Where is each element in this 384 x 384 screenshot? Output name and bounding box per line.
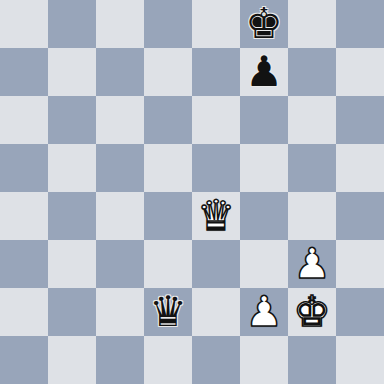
square-f6[interactable] — [240, 96, 288, 144]
square-a1[interactable] — [0, 336, 48, 384]
square-b7[interactable] — [48, 48, 96, 96]
square-c3[interactable] — [96, 240, 144, 288]
square-d4[interactable] — [144, 192, 192, 240]
square-c8[interactable] — [96, 0, 144, 48]
square-f3[interactable] — [240, 240, 288, 288]
piece-white-queen[interactable]: ♛ — [197, 192, 235, 240]
square-b2[interactable] — [48, 288, 96, 336]
square-d7[interactable] — [144, 48, 192, 96]
square-b6[interactable] — [48, 96, 96, 144]
square-f8[interactable]: ♚ — [240, 0, 288, 48]
square-f2[interactable]: ♟ — [240, 288, 288, 336]
square-d1[interactable] — [144, 336, 192, 384]
square-g5[interactable] — [288, 144, 336, 192]
square-e8[interactable] — [192, 0, 240, 48]
square-d2[interactable]: ♛ — [144, 288, 192, 336]
piece-white-king[interactable]: ♚ — [293, 288, 331, 336]
square-e5[interactable] — [192, 144, 240, 192]
square-e7[interactable] — [192, 48, 240, 96]
square-h8[interactable] — [336, 0, 384, 48]
square-f5[interactable] — [240, 144, 288, 192]
square-c5[interactable] — [96, 144, 144, 192]
square-h3[interactable] — [336, 240, 384, 288]
square-h7[interactable] — [336, 48, 384, 96]
square-a2[interactable] — [0, 288, 48, 336]
square-b3[interactable] — [48, 240, 96, 288]
square-e4[interactable]: ♛ — [192, 192, 240, 240]
piece-black-pawn[interactable]: ♟ — [245, 48, 283, 96]
square-a3[interactable] — [0, 240, 48, 288]
chess-board: ♚♟♛♟♛♟♚ — [0, 0, 384, 384]
square-c7[interactable] — [96, 48, 144, 96]
square-b4[interactable] — [48, 192, 96, 240]
square-h5[interactable] — [336, 144, 384, 192]
square-c4[interactable] — [96, 192, 144, 240]
square-d5[interactable] — [144, 144, 192, 192]
square-e3[interactable] — [192, 240, 240, 288]
square-a8[interactable] — [0, 0, 48, 48]
square-e2[interactable] — [192, 288, 240, 336]
square-a7[interactable] — [0, 48, 48, 96]
square-g6[interactable] — [288, 96, 336, 144]
square-a4[interactable] — [0, 192, 48, 240]
piece-white-pawn[interactable]: ♟ — [293, 240, 331, 288]
square-f4[interactable] — [240, 192, 288, 240]
square-d6[interactable] — [144, 96, 192, 144]
square-f1[interactable] — [240, 336, 288, 384]
square-g7[interactable] — [288, 48, 336, 96]
square-b1[interactable] — [48, 336, 96, 384]
square-g1[interactable] — [288, 336, 336, 384]
square-h4[interactable] — [336, 192, 384, 240]
square-g4[interactable] — [288, 192, 336, 240]
piece-white-pawn[interactable]: ♟ — [245, 288, 283, 336]
square-g8[interactable] — [288, 0, 336, 48]
square-h6[interactable] — [336, 96, 384, 144]
square-c1[interactable] — [96, 336, 144, 384]
square-f7[interactable]: ♟ — [240, 48, 288, 96]
piece-black-queen[interactable]: ♛ — [149, 288, 187, 336]
square-b5[interactable] — [48, 144, 96, 192]
square-d8[interactable] — [144, 0, 192, 48]
square-g2[interactable]: ♚ — [288, 288, 336, 336]
square-c2[interactable] — [96, 288, 144, 336]
square-c6[interactable] — [96, 96, 144, 144]
square-b8[interactable] — [48, 0, 96, 48]
square-h1[interactable] — [336, 336, 384, 384]
square-e6[interactable] — [192, 96, 240, 144]
square-a6[interactable] — [0, 96, 48, 144]
square-e1[interactable] — [192, 336, 240, 384]
square-a5[interactable] — [0, 144, 48, 192]
square-g3[interactable]: ♟ — [288, 240, 336, 288]
square-h2[interactable] — [336, 288, 384, 336]
piece-black-king[interactable]: ♚ — [245, 0, 283, 48]
square-d3[interactable] — [144, 240, 192, 288]
